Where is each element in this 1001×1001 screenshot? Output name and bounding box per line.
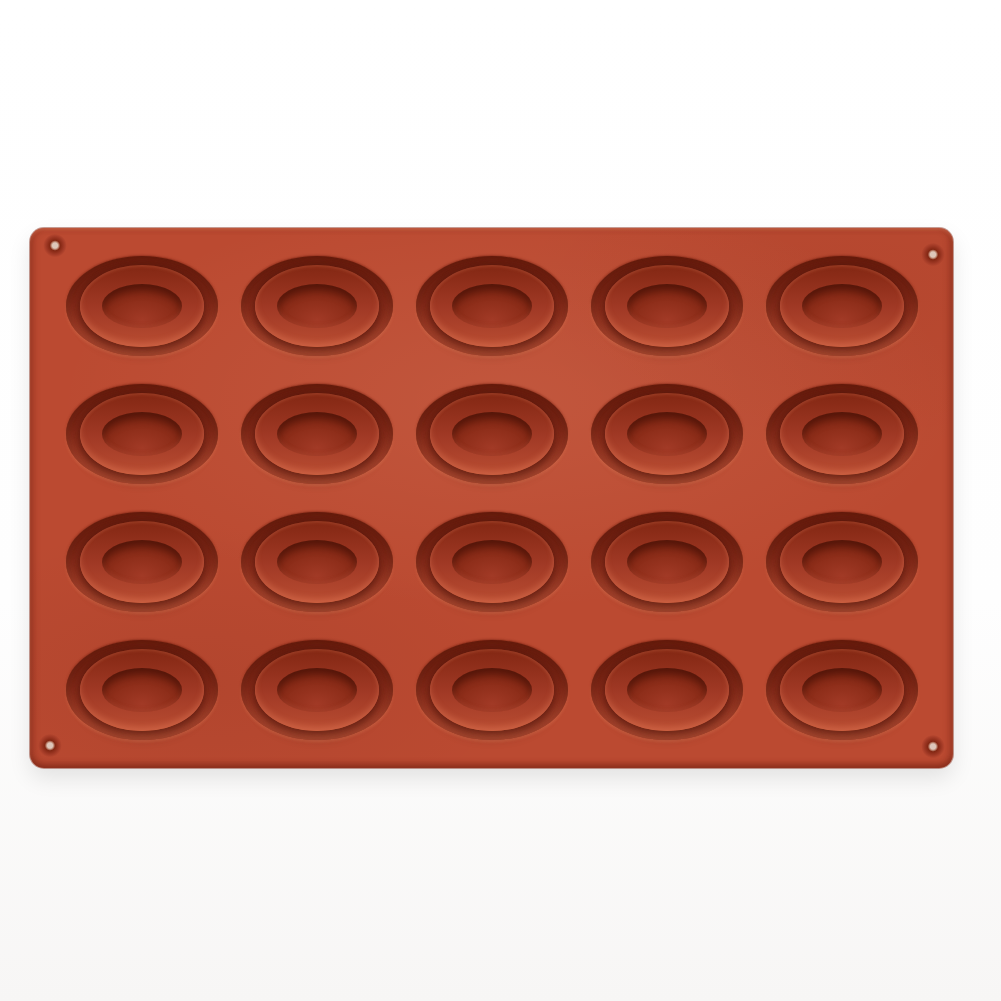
mold-cavity [241, 384, 393, 484]
mold-cavity [66, 512, 218, 612]
mold-cavity [766, 384, 918, 484]
cavity-well [416, 640, 568, 740]
cavity-well [591, 384, 743, 484]
cavity-ring [255, 393, 379, 475]
silicone-mold [30, 228, 953, 768]
cavity-ring [255, 521, 379, 603]
mold-cavity [416, 640, 568, 740]
cavity-center-hole [627, 284, 707, 328]
cavity-ring [780, 521, 904, 603]
cavity-ring [605, 649, 729, 731]
cavity-ring [430, 649, 554, 731]
cavity-ring [430, 393, 554, 475]
cavity-grid [30, 228, 953, 768]
cavity-well [241, 256, 393, 356]
cavity-center-hole [452, 284, 532, 328]
cavity-center-hole [277, 540, 357, 584]
cavity-well [241, 640, 393, 740]
cavity-ring [780, 649, 904, 731]
cavity-well [766, 512, 918, 612]
cavity-well [241, 384, 393, 484]
cavity-well [416, 384, 568, 484]
cavity-well [66, 256, 218, 356]
cavity-center-hole [452, 412, 532, 456]
cavity-ring [255, 265, 379, 347]
cavity-center-hole [277, 412, 357, 456]
mold-cavity [241, 640, 393, 740]
mold-cavity [416, 256, 568, 356]
cavity-center-hole [452, 540, 532, 584]
cavity-well [241, 512, 393, 612]
mold-cavity [416, 384, 568, 484]
mold-cavity [591, 640, 743, 740]
cavity-ring [605, 265, 729, 347]
cavity-ring [780, 265, 904, 347]
product-photo-scene [0, 0, 1001, 1001]
cavity-center-hole [102, 668, 182, 712]
mold-cavity [241, 512, 393, 612]
cavity-well [591, 256, 743, 356]
cavity-center-hole [627, 540, 707, 584]
cavity-well [766, 256, 918, 356]
cavity-center-hole [802, 412, 882, 456]
mold-cavity [591, 256, 743, 356]
cavity-well [591, 512, 743, 612]
mold-cavity [766, 512, 918, 612]
cavity-well [766, 640, 918, 740]
cavity-well [66, 640, 218, 740]
cavity-ring [255, 649, 379, 731]
cavity-center-hole [452, 668, 532, 712]
cavity-center-hole [802, 540, 882, 584]
cavity-ring [430, 265, 554, 347]
cavity-well [416, 512, 568, 612]
cavity-center-hole [627, 412, 707, 456]
cavity-center-hole [627, 668, 707, 712]
cavity-center-hole [102, 412, 182, 456]
cavity-center-hole [102, 540, 182, 584]
cavity-ring [80, 393, 204, 475]
cavity-ring [605, 521, 729, 603]
mold-cavity [241, 256, 393, 356]
cavity-ring [80, 265, 204, 347]
cavity-ring [605, 393, 729, 475]
cavity-well [766, 384, 918, 484]
cavity-center-hole [102, 284, 182, 328]
mold-cavity [66, 640, 218, 740]
mold-cavity [591, 512, 743, 612]
cavity-center-hole [802, 668, 882, 712]
cavity-ring [80, 649, 204, 731]
mold-cavity [66, 384, 218, 484]
mold-cavity [766, 256, 918, 356]
cavity-ring [80, 521, 204, 603]
cavity-well [66, 512, 218, 612]
cavity-ring [780, 393, 904, 475]
cavity-well [66, 384, 218, 484]
cavity-ring [430, 521, 554, 603]
cavity-well [591, 640, 743, 740]
mold-cavity [591, 384, 743, 484]
cavity-center-hole [277, 284, 357, 328]
mold-cavity [66, 256, 218, 356]
cavity-center-hole [277, 668, 357, 712]
mold-cavity [416, 512, 568, 612]
cavity-well [416, 256, 568, 356]
mold-cavity [766, 640, 918, 740]
cavity-center-hole [802, 284, 882, 328]
